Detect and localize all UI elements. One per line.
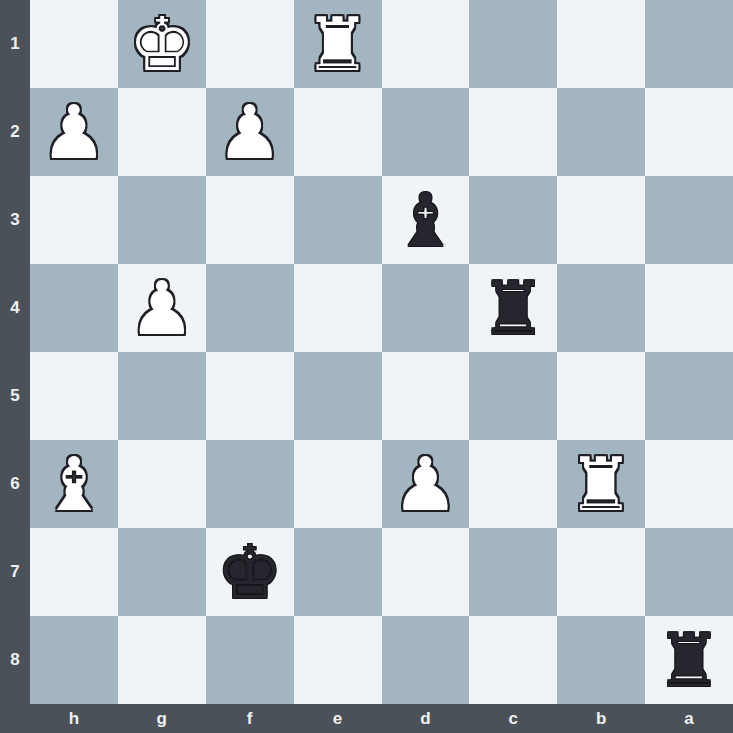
square-d8[interactable] (382, 616, 470, 704)
square-g5[interactable] (118, 352, 206, 440)
square-a2[interactable] (645, 88, 733, 176)
square-b4[interactable] (557, 264, 645, 352)
square-c8[interactable] (469, 616, 557, 704)
square-e7[interactable] (294, 528, 382, 616)
square-h6[interactable]: ♝ (30, 440, 118, 528)
white-pawn[interactable]: ♟ (217, 88, 283, 176)
square-a8[interactable]: ♜ (645, 616, 733, 704)
square-c1[interactable] (469, 0, 557, 88)
square-a4[interactable] (645, 264, 733, 352)
square-d2[interactable] (382, 88, 470, 176)
white-pawn[interactable]: ♟ (41, 88, 107, 176)
square-b1[interactable] (557, 0, 645, 88)
square-c3[interactable] (469, 176, 557, 264)
square-c5[interactable] (469, 352, 557, 440)
file-label-e: e (294, 704, 382, 733)
square-d1[interactable] (382, 0, 470, 88)
square-g7[interactable] (118, 528, 206, 616)
square-f6[interactable] (206, 440, 294, 528)
rank-label-2: 2 (0, 88, 30, 176)
rank-label-3: 3 (0, 176, 30, 264)
square-c2[interactable] (469, 88, 557, 176)
square-d6[interactable]: ♟ (382, 440, 470, 528)
white-pawn[interactable]: ♟ (392, 440, 458, 528)
square-h4[interactable] (30, 264, 118, 352)
black-king[interactable]: ♚ (217, 528, 283, 616)
square-h7[interactable] (30, 528, 118, 616)
square-g4[interactable]: ♟ (118, 264, 206, 352)
square-g6[interactable] (118, 440, 206, 528)
file-label-h: h (30, 704, 118, 733)
white-pawn[interactable]: ♟ (129, 264, 195, 352)
square-a3[interactable] (645, 176, 733, 264)
square-d5[interactable] (382, 352, 470, 440)
square-b8[interactable] (557, 616, 645, 704)
rank-label-5: 5 (0, 352, 30, 440)
square-e3[interactable] (294, 176, 382, 264)
square-f4[interactable] (206, 264, 294, 352)
gutter-corner (0, 704, 30, 733)
square-f8[interactable] (206, 616, 294, 704)
square-c7[interactable] (469, 528, 557, 616)
white-rook[interactable]: ♜ (304, 0, 370, 88)
file-label-d: d (382, 704, 470, 733)
square-f2[interactable]: ♟ (206, 88, 294, 176)
square-a5[interactable] (645, 352, 733, 440)
rank-label-6: 6 (0, 440, 30, 528)
file-label-f: f (206, 704, 294, 733)
square-f3[interactable] (206, 176, 294, 264)
square-f1[interactable] (206, 0, 294, 88)
square-e1[interactable]: ♜ (294, 0, 382, 88)
file-label-g: g (118, 704, 206, 733)
square-d3[interactable]: ♝ (382, 176, 470, 264)
square-e2[interactable] (294, 88, 382, 176)
square-a1[interactable] (645, 0, 733, 88)
square-c4[interactable]: ♜ (469, 264, 557, 352)
square-h5[interactable] (30, 352, 118, 440)
rank-label-4: 4 (0, 264, 30, 352)
white-king[interactable]: ♚ (129, 0, 195, 88)
square-f5[interactable] (206, 352, 294, 440)
square-b3[interactable] (557, 176, 645, 264)
white-rook[interactable]: ♜ (568, 440, 634, 528)
square-b7[interactable] (557, 528, 645, 616)
square-b5[interactable] (557, 352, 645, 440)
file-label-a: a (645, 704, 733, 733)
chess-board: 1♚♜2♟♟3♝4♟♜56♝♟♜7♚8♜hgfedcba (0, 0, 733, 733)
square-g2[interactable] (118, 88, 206, 176)
rank-label-7: 7 (0, 528, 30, 616)
square-e8[interactable] (294, 616, 382, 704)
square-e5[interactable] (294, 352, 382, 440)
square-g1[interactable]: ♚ (118, 0, 206, 88)
square-d7[interactable] (382, 528, 470, 616)
square-h1[interactable] (30, 0, 118, 88)
rank-label-1: 1 (0, 0, 30, 88)
square-g8[interactable] (118, 616, 206, 704)
white-bishop[interactable]: ♝ (41, 440, 107, 528)
square-g3[interactable] (118, 176, 206, 264)
rank-label-8: 8 (0, 616, 30, 704)
square-e4[interactable] (294, 264, 382, 352)
square-b6[interactable]: ♜ (557, 440, 645, 528)
square-a6[interactable] (645, 440, 733, 528)
black-rook[interactable]: ♜ (480, 264, 546, 352)
square-d4[interactable] (382, 264, 470, 352)
black-rook[interactable]: ♜ (656, 616, 722, 704)
black-bishop[interactable]: ♝ (392, 176, 458, 264)
square-h3[interactable] (30, 176, 118, 264)
square-e6[interactable] (294, 440, 382, 528)
file-label-c: c (469, 704, 557, 733)
square-b2[interactable] (557, 88, 645, 176)
square-h2[interactable]: ♟ (30, 88, 118, 176)
square-c6[interactable] (469, 440, 557, 528)
chess-board-grid: 1♚♜2♟♟3♝4♟♜56♝♟♜7♚8♜hgfedcba (0, 0, 733, 733)
square-f7[interactable]: ♚ (206, 528, 294, 616)
square-a7[interactable] (645, 528, 733, 616)
square-h8[interactable] (30, 616, 118, 704)
file-label-b: b (557, 704, 645, 733)
